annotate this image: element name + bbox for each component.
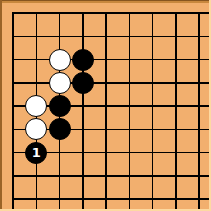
grid-line-vertical xyxy=(198,12,200,211)
white-stone xyxy=(49,49,71,71)
grid-line-horizontal xyxy=(12,12,211,14)
go-board-diagram: 1 xyxy=(0,0,211,211)
grid-line-horizontal xyxy=(12,36,211,38)
grid-line-vertical xyxy=(82,12,84,211)
white-stone xyxy=(25,118,47,140)
black-stone xyxy=(72,72,94,94)
grid-line-vertical xyxy=(175,12,177,211)
grid-line-vertical xyxy=(105,12,107,211)
grid-line-vertical xyxy=(12,12,14,211)
black-stone xyxy=(49,95,71,117)
board-border-bottom xyxy=(0,209,211,211)
black-stone-move-1: 1 xyxy=(25,142,47,164)
grid-line-horizontal xyxy=(12,175,211,177)
grid-line-horizontal xyxy=(12,59,211,61)
grid-line-vertical xyxy=(129,12,131,211)
board-border-top-inner xyxy=(0,1,211,3)
black-stone xyxy=(72,49,94,71)
grid-line-horizontal xyxy=(12,198,211,200)
board-border-left xyxy=(0,0,2,211)
white-stone xyxy=(25,95,47,117)
board-border-right xyxy=(209,0,211,211)
white-stone xyxy=(49,72,71,94)
stone-label: 1 xyxy=(32,146,41,159)
grid-line-vertical xyxy=(152,12,154,211)
grid-line-horizontal xyxy=(12,82,211,84)
black-stone xyxy=(49,118,71,140)
